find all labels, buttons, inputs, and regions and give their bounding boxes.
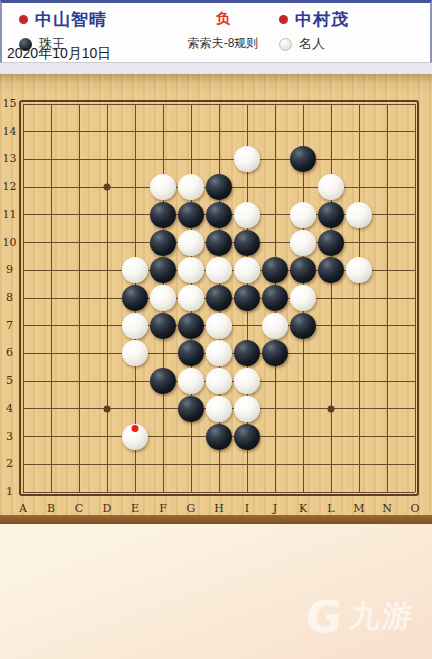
col-label-F: F [149,502,177,515]
jiuyou-logo-icon: G [304,597,344,637]
stone-K11 [290,202,316,228]
grid-line-h [23,464,415,465]
stone-G9 [178,257,204,283]
game-info-header: 中山智晴 珠王 负 索索夫-8规则 中村茂 名人 2020年10月10日 [0,0,432,63]
col-label-B: B [37,502,65,515]
result-text: 负 [153,10,293,28]
row-label-1: 1 [0,485,19,499]
stone-E7 [122,313,148,339]
row-label-11: 11 [0,208,19,222]
black-player-name: 中山智晴 [35,8,107,31]
stone-L12 [318,174,344,200]
board-lines[interactable] [23,104,415,492]
col-label-K: K [289,502,317,515]
col-label-L: L [317,502,345,515]
white-player-title: 名人 [299,35,325,53]
stone-M11 [346,202,372,228]
white-player-name: 中村茂 [295,8,349,31]
stone-G4 [178,396,204,422]
star-point-D4 [104,405,111,412]
stone-E9 [122,257,148,283]
stone-L9 [318,257,344,283]
white-stone-icon [279,38,292,51]
white-player-block: 中村茂 名人 [279,8,349,53]
row-label-10: 10 [0,236,19,250]
stone-G6 [178,340,204,366]
stone-H10 [206,230,232,256]
grid-line-v [415,104,416,492]
game-date: 2020年10月10日 [7,45,111,63]
stone-G8 [178,285,204,311]
stone-F9 [150,257,176,283]
watermark: G 九游 [304,596,416,637]
stone-J9 [262,257,288,283]
stone-K10 [290,230,316,256]
result-block: 负 索索夫-8规则 [153,10,293,52]
stone-G12 [178,174,204,200]
row-label-4: 4 [0,402,19,416]
stone-I5 [234,368,260,394]
grid-line-h [23,492,415,493]
header-board-divider [0,63,432,74]
grid-line-v [359,104,360,492]
stone-H9 [206,257,232,283]
page-bottom-area: G 九游 [0,524,432,659]
stone-G11 [178,202,204,228]
board-bottom-shadow [0,515,432,524]
stone-I10 [234,230,260,256]
col-label-O: O [401,502,429,515]
stone-I11 [234,202,260,228]
row-label-9: 9 [0,263,19,277]
row-label-6: 6 [0,346,19,360]
stone-F10 [150,230,176,256]
stone-I3 [234,424,260,450]
row-label-2: 2 [0,457,19,471]
row-label-7: 7 [0,319,19,333]
red-bullet-icon [19,15,28,24]
stone-H12 [206,174,232,200]
stone-H3 [206,424,232,450]
stone-G7 [178,313,204,339]
watermark-text: 九游 [348,596,416,637]
col-label-M: M [345,502,373,515]
row-label-14: 14 [0,125,19,139]
row-label-5: 5 [0,374,19,388]
stone-H4 [206,396,232,422]
stone-H7 [206,313,232,339]
stone-J7 [262,313,288,339]
stone-J6 [262,340,288,366]
stone-I8 [234,285,260,311]
stone-I13 [234,146,260,172]
stone-E3 [122,424,148,450]
col-label-A: A [9,502,37,515]
stone-J8 [262,285,288,311]
stone-I9 [234,257,260,283]
stone-H5 [206,368,232,394]
col-label-G: G [177,502,205,515]
stone-E8 [122,285,148,311]
stone-M9 [346,257,372,283]
stone-H6 [206,340,232,366]
stone-L10 [318,230,344,256]
row-label-13: 13 [0,152,19,166]
stone-K8 [290,285,316,311]
col-label-D: D [93,502,121,515]
grid-line-v [331,104,332,492]
stone-H11 [206,202,232,228]
stone-H8 [206,285,232,311]
col-label-C: C [65,502,93,515]
stone-G5 [178,368,204,394]
stone-K7 [290,313,316,339]
stone-I4 [234,396,260,422]
stone-F5 [150,368,176,394]
rule-text: 索索夫-8规则 [153,35,293,52]
row-label-3: 3 [0,430,19,444]
row-label-12: 12 [0,180,19,194]
red-bullet-icon [279,15,288,24]
stone-E6 [122,340,148,366]
star-point-D12 [104,184,111,191]
col-label-H: H [205,502,233,515]
grid-line-v [387,104,388,492]
stone-G10 [178,230,204,256]
col-label-E: E [121,502,149,515]
col-label-I: I [233,502,261,515]
row-label-8: 8 [0,291,19,305]
col-label-J: J [261,502,289,515]
stone-I6 [234,340,260,366]
stone-F12 [150,174,176,200]
stone-F7 [150,313,176,339]
row-label-15: 15 [0,97,19,111]
stone-F11 [150,202,176,228]
star-point-L4 [328,405,335,412]
last-move-marker [132,425,139,432]
stone-K9 [290,257,316,283]
stone-K13 [290,146,316,172]
stone-L11 [318,202,344,228]
gomoku-board[interactable]: ABCDEFGHIJKLMNO 151413121110987654321 [0,74,432,515]
stone-F8 [150,285,176,311]
col-label-N: N [373,502,401,515]
